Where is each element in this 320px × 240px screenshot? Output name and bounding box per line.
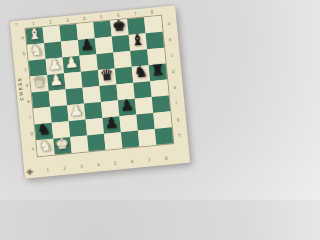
coord-label: h <box>176 126 184 143</box>
square-a8[interactable] <box>144 16 162 34</box>
piece-black-king[interactable]: ♚ <box>112 18 127 33</box>
square-a3[interactable] <box>59 24 77 42</box>
piece-white-pawn[interactable]: ♟ <box>47 57 62 72</box>
coord-label: 3 <box>73 163 90 170</box>
square-c4[interactable] <box>79 54 97 72</box>
square-f6[interactable]: ♟ <box>118 99 136 117</box>
piece-white-knight[interactable]: ♞ <box>38 138 53 153</box>
square-b5[interactable] <box>95 37 113 55</box>
piece-black-rook[interactable]: ♜ <box>150 63 165 78</box>
piece-white-queen[interactable]: ♛ <box>32 74 47 89</box>
square-h2[interactable]: ♚ <box>53 137 71 155</box>
square-d3[interactable] <box>64 72 82 90</box>
square-a2[interactable] <box>43 26 61 44</box>
piece-black-knight[interactable]: ♞ <box>133 64 148 79</box>
coord-label: b <box>166 31 174 48</box>
square-f2[interactable] <box>50 105 68 123</box>
square-g6[interactable] <box>119 115 137 133</box>
square-d2[interactable]: ♟ <box>47 73 65 91</box>
coord-label: 5 <box>93 14 110 21</box>
square-f3[interactable]: ♟ <box>67 104 85 122</box>
square-d5[interactable]: ♛ <box>98 68 116 86</box>
square-e7[interactable] <box>133 81 151 99</box>
square-d7[interactable]: ♞ <box>132 65 150 83</box>
coord-label: f <box>173 94 181 111</box>
coord-label: 4 <box>76 15 93 22</box>
piece-black-queen[interactable]: ♛ <box>100 68 115 83</box>
square-b1[interactable]: ♞ <box>27 43 45 61</box>
piece-black-bishop[interactable]: ♝ <box>130 33 145 48</box>
piece-black-pawn[interactable]: ♟ <box>104 115 119 130</box>
square-d6[interactable] <box>115 67 133 85</box>
piece-white-king[interactable]: ♚ <box>55 136 70 151</box>
square-h1[interactable]: ♞ <box>36 139 54 157</box>
square-h6[interactable] <box>121 131 139 149</box>
piece-white-pawn[interactable]: ♟ <box>64 55 79 70</box>
square-c3[interactable]: ♟ <box>63 56 81 74</box>
piece-black-pawn[interactable]: ♟ <box>80 37 95 52</box>
piece-black-pawn[interactable]: ♟ <box>120 98 135 113</box>
square-g5[interactable]: ♟ <box>102 116 120 134</box>
square-f4[interactable] <box>84 102 102 120</box>
coord-label: g <box>174 110 182 127</box>
coord-label: 2 <box>56 165 73 172</box>
coord-label: e <box>171 79 179 96</box>
square-b6[interactable] <box>112 35 130 53</box>
square-c6[interactable] <box>113 51 131 69</box>
piece-white-pawn[interactable]: ♟ <box>69 103 84 118</box>
coord-label: 4 <box>90 162 107 169</box>
coord-label: 6 <box>124 158 141 165</box>
square-e5[interactable] <box>99 84 117 102</box>
square-h7[interactable] <box>138 129 156 147</box>
square-d8[interactable]: ♜ <box>149 64 167 82</box>
square-h5[interactable] <box>104 132 122 150</box>
square-f7[interactable] <box>135 97 153 115</box>
square-b7[interactable]: ♝ <box>129 33 147 51</box>
coord-label: 2 <box>42 19 59 26</box>
square-e8[interactable] <box>150 80 168 98</box>
piece-white-knight[interactable]: ♞ <box>29 42 44 57</box>
square-a5[interactable] <box>93 21 111 39</box>
square-e4[interactable] <box>83 86 101 104</box>
coord-label: 3 <box>59 17 76 24</box>
square-g3[interactable] <box>69 120 87 138</box>
square-e1[interactable] <box>32 91 50 109</box>
coord-label: a <box>165 15 173 32</box>
square-d1[interactable]: ♛ <box>30 75 48 93</box>
square-b4[interactable]: ♟ <box>78 38 96 56</box>
square-g4[interactable] <box>86 118 104 136</box>
square-h3[interactable] <box>70 135 88 153</box>
border-corner-mark: ✧ <box>14 22 19 27</box>
square-h8[interactable] <box>155 127 173 145</box>
square-a6[interactable]: ♚ <box>110 19 128 37</box>
square-e2[interactable] <box>49 89 67 107</box>
piece-black-knight[interactable]: ♞ <box>36 122 51 137</box>
photo-background: { "game": "chess", "scene": "overhead ph… <box>0 0 200 200</box>
coord-label: d <box>170 63 178 80</box>
square-h4[interactable] <box>87 134 105 152</box>
brand-emblem-icon: ◈ <box>26 167 34 177</box>
board: ♝♚♞♟♝♟♟♛♟♛♞♜♟♟♞♟♞♚ <box>26 16 174 156</box>
coord-label: 8 <box>143 9 160 16</box>
chess-mat: ✧ CHESS ◈ 12345678 12345678 abcdefgh abc… <box>10 5 190 178</box>
square-g8[interactable] <box>153 111 171 129</box>
rank-labels-bottom: 12345678 <box>39 155 175 173</box>
coord-label: 7 <box>126 10 143 17</box>
coord-label: 7 <box>141 157 158 164</box>
coord-label: c <box>168 47 176 64</box>
coord-label: 5 <box>107 160 124 167</box>
square-f8[interactable] <box>152 95 170 113</box>
coord-label: 1 <box>39 167 56 174</box>
square-b8[interactable] <box>146 32 164 50</box>
coord-label: 8 <box>157 155 174 162</box>
square-g7[interactable] <box>136 113 154 131</box>
piece-white-bishop[interactable]: ♝ <box>27 26 42 41</box>
square-d4[interactable] <box>81 70 99 88</box>
piece-white-pawn[interactable]: ♟ <box>49 73 64 88</box>
